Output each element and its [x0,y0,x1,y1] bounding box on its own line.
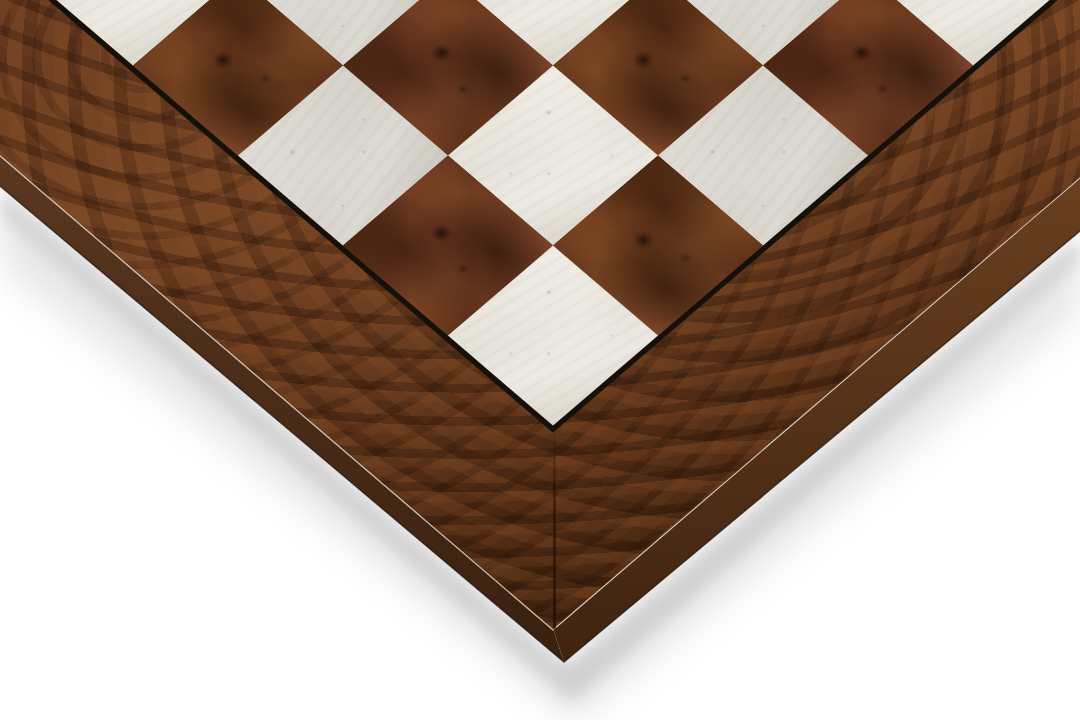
border-miter-seam [553,422,556,629]
chess-board [0,0,1080,629]
product-photo-canvas [0,0,1080,720]
board-field [0,0,1080,433]
